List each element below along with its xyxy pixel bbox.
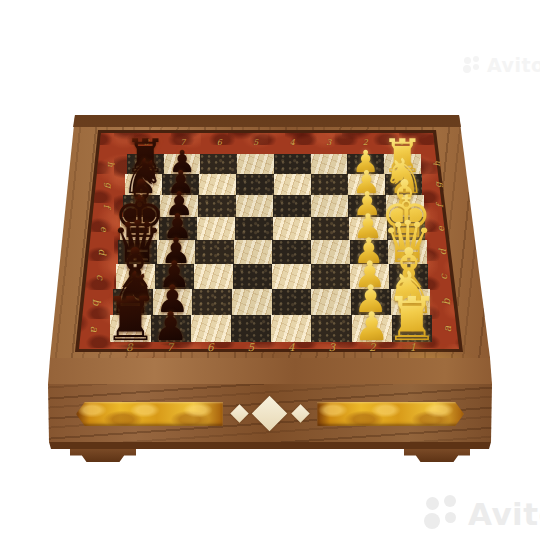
white-rook-glyph: ♜	[385, 289, 439, 349]
avito-watermark-bottom-right: Avito	[424, 495, 540, 533]
black-pawn-glyph: ♟	[153, 307, 188, 346]
photo-canvas: 8877665544332211hhggffeeddccbbaa ♜♞♝♚♛♝♞…	[0, 0, 540, 540]
avito-watermark-top-right: Avito	[463, 54, 540, 76]
avito-logo-icon	[463, 56, 481, 74]
avito-watermark-text: Avito	[487, 54, 540, 76]
avito-logo-icon	[424, 495, 462, 533]
piece-black-pawn[interactable]: ♟	[153, 307, 188, 346]
black-rook-glyph: ♜	[103, 289, 157, 349]
piece-black-rook[interactable]: ♜	[103, 289, 157, 349]
avito-watermark-text: Avito	[468, 496, 540, 532]
pieces-layer: ♜♞♝♚♛♝♞♜♟♟♟♟♟♟♟♟♟♟♟♟♟♟♟♟♜♞♝♚♛♝♞♜	[0, 0, 540, 540]
piece-white-rook[interactable]: ♜	[385, 289, 439, 349]
